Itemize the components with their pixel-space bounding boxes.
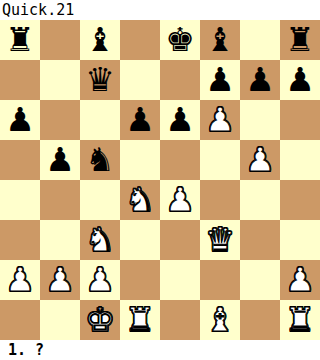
piece-black-pawn: ♟ <box>45 140 75 180</box>
square-f1[interactable]: ♝ <box>200 300 240 340</box>
square-a8[interactable]: ♜ <box>0 20 40 60</box>
square-b4[interactable] <box>40 180 80 220</box>
piece-white-king: ♚ <box>85 300 115 340</box>
square-e1[interactable] <box>160 300 200 340</box>
square-g1[interactable] <box>240 300 280 340</box>
piece-white-rook: ♜ <box>285 300 315 340</box>
square-d3[interactable] <box>120 220 160 260</box>
piece-black-rook: ♜ <box>5 20 35 60</box>
piece-black-queen: ♛ <box>85 60 115 100</box>
square-c1[interactable]: ♚ <box>80 300 120 340</box>
square-g2[interactable] <box>240 260 280 300</box>
square-e7[interactable] <box>160 60 200 100</box>
square-h2[interactable]: ♟ <box>280 260 320 300</box>
square-c2[interactable]: ♟ <box>80 260 120 300</box>
square-g4[interactable] <box>240 180 280 220</box>
square-f2[interactable] <box>200 260 240 300</box>
square-d5[interactable] <box>120 140 160 180</box>
square-a3[interactable] <box>0 220 40 260</box>
piece-black-pawn: ♟ <box>285 60 315 100</box>
square-d1[interactable]: ♜ <box>120 300 160 340</box>
square-g6[interactable] <box>240 100 280 140</box>
square-b3[interactable] <box>40 220 80 260</box>
piece-white-bishop: ♝ <box>205 300 235 340</box>
piece-white-pawn: ♟ <box>245 140 275 180</box>
square-a6[interactable]: ♟ <box>0 100 40 140</box>
chess-board: ♜♝♚♝♜♛♟♟♟♟♟♟♟♟♞♟♞♟♞♛♟♟♟♟♚♜♝♜ <box>0 20 320 340</box>
square-c7[interactable]: ♛ <box>80 60 120 100</box>
square-h1[interactable]: ♜ <box>280 300 320 340</box>
square-h3[interactable] <box>280 220 320 260</box>
square-e2[interactable] <box>160 260 200 300</box>
square-h6[interactable] <box>280 100 320 140</box>
square-f4[interactable] <box>200 180 240 220</box>
square-a4[interactable] <box>0 180 40 220</box>
square-d6[interactable]: ♟ <box>120 100 160 140</box>
piece-black-pawn: ♟ <box>125 100 155 140</box>
square-c8[interactable]: ♝ <box>80 20 120 60</box>
move-prompt: 1. ? <box>0 340 320 360</box>
square-c5[interactable]: ♞ <box>80 140 120 180</box>
piece-black-rook: ♜ <box>285 20 315 60</box>
piece-white-knight: ♞ <box>125 180 155 220</box>
square-b5[interactable]: ♟ <box>40 140 80 180</box>
square-c3[interactable]: ♞ <box>80 220 120 260</box>
square-b7[interactable] <box>40 60 80 100</box>
piece-white-queen: ♛ <box>205 220 235 260</box>
square-a5[interactable] <box>0 140 40 180</box>
square-d2[interactable] <box>120 260 160 300</box>
piece-black-bishop: ♝ <box>205 20 235 60</box>
piece-black-pawn: ♟ <box>165 100 195 140</box>
square-a2[interactable]: ♟ <box>0 260 40 300</box>
square-c6[interactable] <box>80 100 120 140</box>
square-e4[interactable]: ♟ <box>160 180 200 220</box>
square-b2[interactable]: ♟ <box>40 260 80 300</box>
square-f5[interactable] <box>200 140 240 180</box>
square-h7[interactable]: ♟ <box>280 60 320 100</box>
square-f8[interactable]: ♝ <box>200 20 240 60</box>
square-d8[interactable] <box>120 20 160 60</box>
piece-black-pawn: ♟ <box>205 60 235 100</box>
piece-white-knight: ♞ <box>85 220 115 260</box>
square-e8[interactable]: ♚ <box>160 20 200 60</box>
square-f3[interactable]: ♛ <box>200 220 240 260</box>
piece-white-rook: ♜ <box>125 300 155 340</box>
square-g3[interactable] <box>240 220 280 260</box>
square-g8[interactable] <box>240 20 280 60</box>
piece-black-pawn: ♟ <box>245 60 275 100</box>
square-h4[interactable] <box>280 180 320 220</box>
piece-white-pawn: ♟ <box>205 100 235 140</box>
piece-black-pawn: ♟ <box>5 100 35 140</box>
square-h5[interactable] <box>280 140 320 180</box>
square-d7[interactable] <box>120 60 160 100</box>
piece-white-pawn: ♟ <box>5 260 35 300</box>
piece-black-bishop: ♝ <box>85 20 115 60</box>
square-e3[interactable] <box>160 220 200 260</box>
chess-diagram: Quick.21 ♜♝♚♝♜♛♟♟♟♟♟♟♟♟♞♟♞♟♞♛♟♟♟♟♚♜♝♜ 1.… <box>0 0 320 360</box>
square-d4[interactable]: ♞ <box>120 180 160 220</box>
square-h8[interactable]: ♜ <box>280 20 320 60</box>
square-b1[interactable] <box>40 300 80 340</box>
square-f7[interactable]: ♟ <box>200 60 240 100</box>
square-c4[interactable] <box>80 180 120 220</box>
square-e6[interactable]: ♟ <box>160 100 200 140</box>
square-g7[interactable]: ♟ <box>240 60 280 100</box>
piece-white-pawn: ♟ <box>45 260 75 300</box>
piece-white-pawn: ♟ <box>285 260 315 300</box>
square-a7[interactable] <box>0 60 40 100</box>
square-f6[interactable]: ♟ <box>200 100 240 140</box>
square-g5[interactable]: ♟ <box>240 140 280 180</box>
diagram-title: Quick.21 <box>0 0 320 20</box>
square-a1[interactable] <box>0 300 40 340</box>
piece-white-pawn: ♟ <box>165 180 195 220</box>
square-b6[interactable] <box>40 100 80 140</box>
square-b8[interactable] <box>40 20 80 60</box>
piece-black-king: ♚ <box>165 20 195 60</box>
square-e5[interactable] <box>160 140 200 180</box>
piece-black-knight: ♞ <box>85 140 115 180</box>
piece-white-pawn: ♟ <box>85 260 115 300</box>
